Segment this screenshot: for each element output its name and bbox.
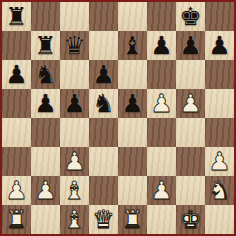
black-pawn-h7[interactable]: ♟	[205, 31, 234, 60]
black-pawn-b5[interactable]: ♟	[31, 89, 60, 118]
square-g6[interactable]	[176, 60, 205, 89]
square-b7[interactable]: ♜	[31, 31, 60, 60]
square-a3[interactable]	[2, 147, 31, 176]
white-pawn-f5[interactable]: ♟	[147, 89, 176, 118]
square-a5[interactable]	[2, 89, 31, 118]
black-bishop-e7[interactable]: ♝	[118, 31, 147, 60]
square-e4[interactable]	[118, 118, 147, 147]
square-g2[interactable]	[176, 176, 205, 205]
square-b3[interactable]	[31, 147, 60, 176]
chess-board: ♜♚♜♛♝♟♟♟♟♞♟♟♟♞♟♟♟♟♟♟♟♝♟♞♜♝♛♜♚	[2, 2, 234, 234]
square-c5[interactable]: ♟	[60, 89, 89, 118]
black-knight-d5[interactable]: ♞	[89, 89, 118, 118]
black-pawn-f7[interactable]: ♟	[147, 31, 176, 60]
square-f7[interactable]: ♟	[147, 31, 176, 60]
square-c8[interactable]	[60, 2, 89, 31]
square-f1[interactable]	[147, 205, 176, 234]
square-d2[interactable]	[89, 176, 118, 205]
square-d3[interactable]	[89, 147, 118, 176]
square-d6[interactable]: ♟	[89, 60, 118, 89]
black-pawn-e5[interactable]: ♟	[118, 89, 147, 118]
black-pawn-c5[interactable]: ♟	[60, 89, 89, 118]
square-h1[interactable]	[205, 205, 234, 234]
square-e5[interactable]: ♟	[118, 89, 147, 118]
black-queen-c7[interactable]: ♛	[60, 31, 89, 60]
square-a2[interactable]: ♟	[2, 176, 31, 205]
square-h8[interactable]	[205, 2, 234, 31]
square-h2[interactable]: ♞	[205, 176, 234, 205]
white-queen-d1[interactable]: ♛	[89, 205, 118, 234]
white-bishop-c2[interactable]: ♝	[60, 176, 89, 205]
square-d1[interactable]: ♛	[89, 205, 118, 234]
square-a1[interactable]: ♜	[2, 205, 31, 234]
square-b5[interactable]: ♟	[31, 89, 60, 118]
square-b1[interactable]	[31, 205, 60, 234]
white-pawn-b2[interactable]: ♟	[31, 176, 60, 205]
square-d7[interactable]	[89, 31, 118, 60]
square-g7[interactable]: ♟	[176, 31, 205, 60]
black-pawn-g7[interactable]: ♟	[176, 31, 205, 60]
black-pawn-a6[interactable]: ♟	[2, 60, 31, 89]
square-b4[interactable]	[31, 118, 60, 147]
square-f2[interactable]: ♟	[147, 176, 176, 205]
square-h7[interactable]: ♟	[205, 31, 234, 60]
square-e8[interactable]	[118, 2, 147, 31]
square-c3[interactable]: ♟	[60, 147, 89, 176]
square-f4[interactable]	[147, 118, 176, 147]
white-pawn-a2[interactable]: ♟	[2, 176, 31, 205]
white-bishop-c1[interactable]: ♝	[60, 205, 89, 234]
square-g3[interactable]	[176, 147, 205, 176]
square-g8[interactable]: ♚	[176, 2, 205, 31]
square-f8[interactable]	[147, 2, 176, 31]
square-a7[interactable]	[2, 31, 31, 60]
square-e7[interactable]: ♝	[118, 31, 147, 60]
white-rook-a1[interactable]: ♜	[2, 205, 31, 234]
square-d8[interactable]	[89, 2, 118, 31]
board-frame: ♜♚♜♛♝♟♟♟♟♞♟♟♟♞♟♟♟♟♟♟♟♝♟♞♜♝♛♜♚	[0, 0, 236, 236]
square-b8[interactable]	[31, 2, 60, 31]
square-a4[interactable]	[2, 118, 31, 147]
square-e2[interactable]	[118, 176, 147, 205]
square-g4[interactable]	[176, 118, 205, 147]
square-d5[interactable]: ♞	[89, 89, 118, 118]
square-f3[interactable]	[147, 147, 176, 176]
white-pawn-c3[interactable]: ♟	[60, 147, 89, 176]
white-rook-e1[interactable]: ♜	[118, 205, 147, 234]
white-pawn-h3[interactable]: ♟	[205, 147, 234, 176]
square-e1[interactable]: ♜	[118, 205, 147, 234]
square-h5[interactable]	[205, 89, 234, 118]
white-knight-h2[interactable]: ♞	[205, 176, 234, 205]
white-king-g1[interactable]: ♚	[176, 205, 205, 234]
square-c1[interactable]: ♝	[60, 205, 89, 234]
black-rook-b7[interactable]: ♜	[31, 31, 60, 60]
square-h4[interactable]	[205, 118, 234, 147]
square-c4[interactable]	[60, 118, 89, 147]
square-b2[interactable]: ♟	[31, 176, 60, 205]
square-c6[interactable]	[60, 60, 89, 89]
square-h3[interactable]: ♟	[205, 147, 234, 176]
square-g1[interactable]: ♚	[176, 205, 205, 234]
square-h6[interactable]	[205, 60, 234, 89]
square-c2[interactable]: ♝	[60, 176, 89, 205]
black-king-g8[interactable]: ♚	[176, 2, 205, 31]
square-e6[interactable]	[118, 60, 147, 89]
square-f5[interactable]: ♟	[147, 89, 176, 118]
black-knight-b6[interactable]: ♞	[31, 60, 60, 89]
white-pawn-g5[interactable]: ♟	[176, 89, 205, 118]
black-pawn-d6[interactable]: ♟	[89, 60, 118, 89]
square-a8[interactable]: ♜	[2, 2, 31, 31]
black-rook-a8[interactable]: ♜	[2, 2, 31, 31]
white-pawn-f2[interactable]: ♟	[147, 176, 176, 205]
square-f6[interactable]	[147, 60, 176, 89]
square-g5[interactable]: ♟	[176, 89, 205, 118]
square-b6[interactable]: ♞	[31, 60, 60, 89]
square-a6[interactable]: ♟	[2, 60, 31, 89]
square-d4[interactable]	[89, 118, 118, 147]
square-c7[interactable]: ♛	[60, 31, 89, 60]
square-e3[interactable]	[118, 147, 147, 176]
